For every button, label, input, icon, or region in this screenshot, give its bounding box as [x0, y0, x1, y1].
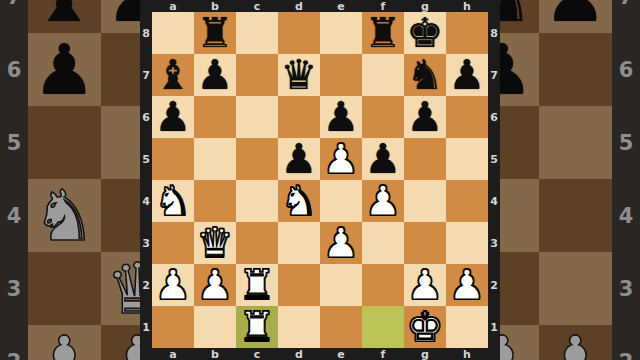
square-c4[interactable]	[236, 180, 278, 222]
square-g4[interactable]	[404, 180, 446, 222]
bg-rank-label-left-3: 3	[0, 252, 28, 325]
square-b5[interactable]	[194, 138, 236, 180]
square-c1[interactable]: ♜	[236, 306, 278, 348]
rank-label-right-8: 8	[488, 12, 500, 54]
bg-piece-black-pawn: ♟	[544, 0, 607, 32]
bg-square-a3	[28, 252, 101, 325]
rank-label-left-1: 1	[140, 306, 152, 348]
file-label-bottom-g: g	[404, 348, 446, 360]
square-b1[interactable]	[194, 306, 236, 348]
square-c8[interactable]	[236, 12, 278, 54]
bg-rank-label-left-6: 6	[0, 33, 28, 106]
bg-square-h2: ♟	[539, 325, 612, 360]
square-h4[interactable]	[446, 180, 488, 222]
square-b4[interactable]	[194, 180, 236, 222]
square-g6[interactable]: ♟	[404, 96, 446, 138]
square-h8[interactable]	[446, 12, 488, 54]
square-d8[interactable]	[278, 12, 320, 54]
piece-black-pawn[interactable]: ♟	[281, 139, 318, 180]
rank-label-left-2: 2	[140, 264, 152, 306]
piece-black-knight[interactable]: ♞	[407, 55, 444, 96]
piece-black-pawn[interactable]: ♟	[365, 139, 402, 180]
square-g5[interactable]	[404, 138, 446, 180]
piece-white-king[interactable]: ♚	[407, 307, 444, 348]
rank-label-right-3: 3	[488, 222, 500, 264]
bg-rank-label-right-2: 2	[612, 325, 640, 360]
square-a2[interactable]: ♟	[152, 264, 194, 306]
file-label-bottom-e: e	[320, 348, 362, 360]
rank-label-right-1: 1	[488, 306, 500, 348]
bg-square-h4	[539, 179, 612, 252]
piece-black-pawn[interactable]: ♟	[407, 97, 444, 138]
square-b3[interactable]: ♛	[194, 222, 236, 264]
square-f2[interactable]	[362, 264, 404, 306]
piece-white-pawn[interactable]: ♟	[449, 265, 486, 306]
rank-label-left-5: 5	[140, 138, 152, 180]
piece-black-pawn[interactable]: ♟	[197, 55, 234, 96]
square-b6[interactable]	[194, 96, 236, 138]
square-h1[interactable]	[446, 306, 488, 348]
chessboard-frame: abcdefgh 87654321 ♜♜♚♝♟♛♞♟♟♟♟♟♟♟♞♞♟♛♟♟♟♜…	[140, 0, 500, 360]
square-a3[interactable]	[152, 222, 194, 264]
bg-square-a6: ♟	[28, 33, 101, 106]
file-labels-top: abcdefgh	[152, 0, 488, 12]
square-a1[interactable]	[152, 306, 194, 348]
square-d5[interactable]: ♟	[278, 138, 320, 180]
bg-square-h5	[539, 106, 612, 179]
rank-label-left-8: 8	[140, 12, 152, 54]
piece-white-pawn[interactable]: ♟	[155, 265, 192, 306]
piece-white-pawn[interactable]: ♟	[407, 265, 444, 306]
bg-rank-labels-left: 87654321	[0, 0, 28, 360]
bg-rank-label-left-4: 4	[0, 179, 28, 252]
chess-app: 87654321 ♜♜♚♝♟♛♞♟♟♟♟♟♟♟♞♞♟♛♟♟♟♜♟♟♜♚ 8765…	[0, 0, 640, 360]
file-label-bottom-f: f	[362, 348, 404, 360]
square-d1[interactable]	[278, 306, 320, 348]
bg-rank-label-right-6: 6	[612, 33, 640, 106]
square-a6[interactable]: ♟	[152, 96, 194, 138]
bg-square-a4: ♞	[28, 179, 101, 252]
square-f7[interactable]	[362, 54, 404, 96]
bg-piece-white-pawn: ♟	[33, 327, 96, 360]
file-label-bottom-d: d	[278, 348, 320, 360]
square-c5[interactable]	[236, 138, 278, 180]
square-b7[interactable]: ♟	[194, 54, 236, 96]
square-f4[interactable]: ♟	[362, 180, 404, 222]
piece-black-queen[interactable]: ♛	[281, 55, 318, 96]
square-h7[interactable]: ♟	[446, 54, 488, 96]
rank-label-left-7: 7	[140, 54, 152, 96]
rank-label-left-4: 4	[140, 180, 152, 222]
square-g8[interactable]: ♚	[404, 12, 446, 54]
bg-rank-label-right-5: 5	[612, 106, 640, 179]
square-e3[interactable]: ♟	[320, 222, 362, 264]
file-label-top-a: a	[152, 0, 194, 12]
piece-black-pawn[interactable]: ♟	[323, 97, 360, 138]
square-e7[interactable]	[320, 54, 362, 96]
file-label-top-h: h	[446, 0, 488, 12]
square-a8[interactable]	[152, 12, 194, 54]
bg-piece-white-knight: ♞	[33, 181, 96, 251]
piece-white-knight[interactable]: ♞	[281, 181, 318, 222]
file-label-top-f: f	[362, 0, 404, 12]
square-c3[interactable]	[236, 222, 278, 264]
bg-rank-label-left-7: 7	[0, 0, 28, 33]
bg-piece-black-pawn: ♟	[33, 35, 96, 105]
rank-label-right-5: 5	[488, 138, 500, 180]
square-a4[interactable]: ♞	[152, 180, 194, 222]
piece-white-queen[interactable]: ♛	[197, 223, 234, 264]
piece-white-pawn[interactable]: ♟	[197, 265, 234, 306]
bg-piece-white-pawn: ♟	[544, 327, 607, 360]
piece-white-rook[interactable]: ♜	[239, 265, 276, 306]
piece-white-pawn[interactable]: ♟	[323, 223, 360, 264]
square-b8[interactable]: ♜	[194, 12, 236, 54]
piece-black-bishop[interactable]: ♝	[155, 55, 192, 96]
bg-square-h7: ♟	[539, 0, 612, 33]
square-a5[interactable]	[152, 138, 194, 180]
square-d3[interactable]	[278, 222, 320, 264]
square-f6[interactable]	[362, 96, 404, 138]
file-label-bottom-h: h	[446, 348, 488, 360]
square-e1[interactable]	[320, 306, 362, 348]
file-label-top-g: g	[404, 0, 446, 12]
square-e6[interactable]: ♟	[320, 96, 362, 138]
file-label-top-e: e	[320, 0, 362, 12]
rank-label-right-7: 7	[488, 54, 500, 96]
piece-black-rook[interactable]: ♜	[365, 13, 402, 54]
square-h3[interactable]	[446, 222, 488, 264]
bg-square-h6	[539, 33, 612, 106]
bg-rank-label-right-3: 3	[612, 252, 640, 325]
square-e8[interactable]	[320, 12, 362, 54]
chessboard[interactable]: ♜♜♚♝♟♛♞♟♟♟♟♟♟♟♞♞♟♛♟♟♟♜♟♟♜♚	[152, 12, 488, 348]
square-f5[interactable]: ♟	[362, 138, 404, 180]
file-label-top-b: b	[194, 0, 236, 12]
square-g7[interactable]: ♞	[404, 54, 446, 96]
piece-white-knight[interactable]: ♞	[155, 181, 192, 222]
square-d4[interactable]: ♞	[278, 180, 320, 222]
square-a7[interactable]: ♝	[152, 54, 194, 96]
file-label-top-d: d	[278, 0, 320, 12]
square-d7[interactable]: ♛	[278, 54, 320, 96]
square-c2[interactable]: ♜	[236, 264, 278, 306]
rank-label-right-2: 2	[488, 264, 500, 306]
rank-label-right-4: 4	[488, 180, 500, 222]
square-d6[interactable]	[278, 96, 320, 138]
piece-black-rook[interactable]: ♜	[197, 13, 234, 54]
bg-rank-label-left-2: 2	[0, 325, 28, 360]
bg-rank-label-left-5: 5	[0, 106, 28, 179]
rank-label-left-3: 3	[140, 222, 152, 264]
square-g2[interactable]: ♟	[404, 264, 446, 306]
file-labels-bottom: abcdefgh	[152, 348, 488, 360]
piece-white-pawn[interactable]: ♟	[323, 139, 360, 180]
square-d2[interactable]	[278, 264, 320, 306]
file-label-bottom-c: c	[236, 348, 278, 360]
piece-black-pawn[interactable]: ♟	[449, 55, 486, 96]
piece-white-pawn[interactable]: ♟	[365, 181, 402, 222]
piece-black-king[interactable]: ♚	[407, 13, 444, 54]
file-label-bottom-a: a	[152, 348, 194, 360]
bg-rank-label-right-7: 7	[612, 0, 640, 33]
piece-white-rook[interactable]: ♜	[239, 307, 276, 348]
square-h5[interactable]	[446, 138, 488, 180]
square-f3[interactable]	[362, 222, 404, 264]
square-c6[interactable]	[236, 96, 278, 138]
square-b2[interactable]: ♟	[194, 264, 236, 306]
square-g3[interactable]	[404, 222, 446, 264]
square-h2[interactable]: ♟	[446, 264, 488, 306]
bg-square-h3	[539, 252, 612, 325]
bg-square-a2: ♟	[28, 325, 101, 360]
square-c7[interactable]	[236, 54, 278, 96]
bg-square-a7: ♝	[28, 0, 101, 33]
file-label-top-c: c	[236, 0, 278, 12]
rank-label-left-6: 6	[140, 96, 152, 138]
bg-piece-black-bishop: ♝	[33, 0, 96, 32]
square-f8[interactable]: ♜	[362, 12, 404, 54]
square-e4[interactable]	[320, 180, 362, 222]
square-e5[interactable]: ♟	[320, 138, 362, 180]
square-e2[interactable]	[320, 264, 362, 306]
rank-label-right-6: 6	[488, 96, 500, 138]
square-f1[interactable]	[362, 306, 404, 348]
bg-rank-label-right-4: 4	[612, 179, 640, 252]
rank-labels-right: 87654321	[488, 12, 500, 348]
rank-labels-left: 87654321	[140, 12, 152, 348]
square-g1[interactable]: ♚	[404, 306, 446, 348]
piece-black-pawn[interactable]: ♟	[155, 97, 192, 138]
file-label-bottom-b: b	[194, 348, 236, 360]
bg-rank-labels-right: 87654321	[612, 0, 640, 360]
square-h6[interactable]	[446, 96, 488, 138]
bg-square-a5	[28, 106, 101, 179]
